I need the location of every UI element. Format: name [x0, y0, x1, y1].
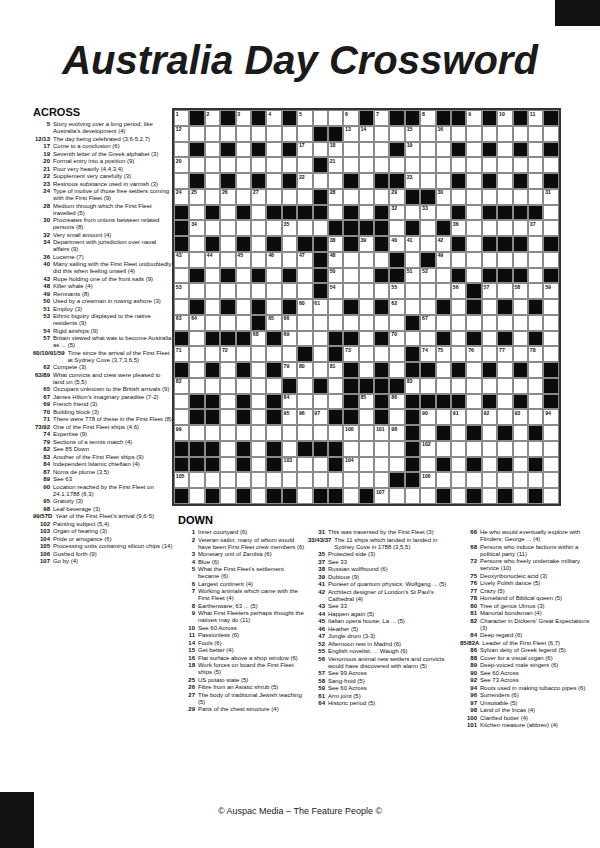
white-cell-20-10[interactable]: 97: [313, 409, 328, 425]
white-cell-4-25[interactable]: [543, 157, 558, 173]
white-cell-2-3[interactable]: [205, 126, 220, 142]
white-cell-14-25[interactable]: [543, 315, 558, 331]
white-cell-9-20[interactable]: [466, 236, 481, 252]
white-cell-21-7[interactable]: [266, 425, 281, 441]
white-cell-20-24[interactable]: [528, 409, 543, 425]
white-cell-11-7[interactable]: [266, 268, 281, 284]
white-cell-17-15[interactable]: [389, 362, 404, 378]
white-cell-12-14[interactable]: [374, 283, 389, 299]
white-cell-9-15[interactable]: 40: [389, 236, 404, 252]
white-cell-6-22[interactable]: [497, 189, 512, 205]
white-cell-4-23[interactable]: [513, 157, 528, 173]
white-cell-16-6[interactable]: [251, 346, 266, 362]
white-cell-17-22[interactable]: [497, 362, 512, 378]
white-cell-7-16[interactable]: [405, 205, 420, 221]
white-cell-23-19[interactable]: [451, 457, 466, 473]
white-cell-12-8[interactable]: [282, 283, 297, 299]
white-cell-17-10[interactable]: [313, 362, 328, 378]
white-cell-5-22[interactable]: [497, 173, 512, 189]
white-cell-8-8[interactable]: 35: [282, 220, 297, 236]
white-cell-16-15[interactable]: [389, 346, 404, 362]
white-cell-21-9[interactable]: [297, 425, 312, 441]
white-cell-16-10[interactable]: [313, 346, 328, 362]
white-cell-23-6[interactable]: [251, 457, 266, 473]
white-cell-1-5[interactable]: 3: [236, 110, 251, 126]
white-cell-14-21[interactable]: [482, 315, 497, 331]
white-cell-19-10[interactable]: [313, 394, 328, 410]
white-cell-10-21[interactable]: [482, 252, 497, 268]
white-cell-24-21[interactable]: [482, 472, 497, 488]
white-cell-9-2[interactable]: [189, 236, 204, 252]
white-cell-13-13[interactable]: [359, 299, 374, 315]
white-cell-22-13[interactable]: [359, 441, 374, 457]
white-cell-12-12[interactable]: [343, 283, 358, 299]
white-cell-24-12[interactable]: [343, 472, 358, 488]
white-cell-7-2[interactable]: [189, 205, 204, 221]
white-cell-2-13[interactable]: 14: [359, 126, 374, 142]
white-cell-13-15[interactable]: 62: [389, 299, 404, 315]
white-cell-20-22[interactable]: [497, 409, 512, 425]
white-cell-16-2[interactable]: [189, 346, 204, 362]
white-cell-15-25[interactable]: [543, 331, 558, 347]
white-cell-4-17[interactable]: [420, 157, 435, 173]
white-cell-18-6[interactable]: [251, 378, 266, 394]
white-cell-1-7[interactable]: 4: [266, 110, 281, 126]
white-cell-18-16[interactable]: 83: [405, 378, 420, 394]
white-cell-1-12[interactable]: 6: [343, 110, 358, 126]
white-cell-24-3[interactable]: [205, 472, 220, 488]
white-cell-20-8[interactable]: 95: [282, 409, 297, 425]
white-cell-2-16[interactable]: 15: [405, 126, 420, 142]
white-cell-7-11[interactable]: [328, 205, 343, 221]
white-cell-18-2[interactable]: [189, 378, 204, 394]
white-cell-3-7[interactable]: [266, 142, 281, 158]
white-cell-25-4[interactable]: [220, 488, 235, 504]
white-cell-19-20[interactable]: [466, 394, 481, 410]
white-cell-6-12[interactable]: [343, 189, 358, 205]
white-cell-25-2[interactable]: [189, 488, 204, 504]
white-cell-2-6[interactable]: [251, 126, 266, 142]
white-cell-20-17[interactable]: 90: [420, 409, 435, 425]
white-cell-18-7[interactable]: [266, 378, 281, 394]
white-cell-14-19[interactable]: [451, 315, 466, 331]
white-cell-22-25[interactable]: [543, 441, 558, 457]
white-cell-7-6[interactable]: [251, 205, 266, 221]
white-cell-11-5[interactable]: [236, 268, 251, 284]
white-cell-4-5[interactable]: [236, 157, 251, 173]
white-cell-15-10[interactable]: [313, 331, 328, 347]
white-cell-10-1[interactable]: 43: [174, 252, 189, 268]
white-cell-20-4[interactable]: [220, 409, 235, 425]
white-cell-8-15[interactable]: [389, 220, 404, 236]
white-cell-14-24[interactable]: [528, 315, 543, 331]
white-cell-1-20[interactable]: 9: [466, 110, 481, 126]
white-cell-18-19[interactable]: [451, 378, 466, 394]
white-cell-2-17[interactable]: [420, 126, 435, 142]
white-cell-4-22[interactable]: [497, 157, 512, 173]
white-cell-22-17[interactable]: 102: [420, 441, 435, 457]
white-cell-4-12[interactable]: [343, 157, 358, 173]
white-cell-20-18[interactable]: [436, 409, 451, 425]
white-cell-12-2[interactable]: [189, 283, 204, 299]
white-cell-21-19[interactable]: [451, 425, 466, 441]
white-cell-14-10[interactable]: [313, 315, 328, 331]
white-cell-22-23[interactable]: [513, 441, 528, 457]
white-cell-18-20[interactable]: [466, 378, 481, 394]
white-cell-6-24[interactable]: [528, 189, 543, 205]
white-cell-4-21[interactable]: [482, 157, 497, 173]
white-cell-24-14[interactable]: [374, 472, 389, 488]
white-cell-6-21[interactable]: [482, 189, 497, 205]
white-cell-5-1[interactable]: [174, 173, 189, 189]
white-cell-2-21[interactable]: [482, 126, 497, 142]
white-cell-8-19[interactable]: 36: [451, 220, 466, 236]
white-cell-24-13[interactable]: [359, 472, 374, 488]
white-cell-10-5[interactable]: 45: [236, 252, 251, 268]
white-cell-10-11[interactable]: 48: [328, 252, 343, 268]
white-cell-14-22[interactable]: [497, 315, 512, 331]
white-cell-9-16[interactable]: 41: [405, 236, 420, 252]
white-cell-10-24[interactable]: [528, 252, 543, 268]
white-cell-9-13[interactable]: 39: [359, 236, 374, 252]
white-cell-20-20[interactable]: [466, 409, 481, 425]
white-cell-9-17[interactable]: [420, 236, 435, 252]
white-cell-11-1[interactable]: [174, 268, 189, 284]
white-cell-10-9[interactable]: 47: [297, 252, 312, 268]
white-cell-12-13[interactable]: [359, 283, 374, 299]
white-cell-25-9[interactable]: [297, 488, 312, 504]
white-cell-18-3[interactable]: [205, 378, 220, 394]
white-cell-22-24[interactable]: [528, 441, 543, 457]
white-cell-1-22[interactable]: 10: [497, 110, 512, 126]
white-cell-6-23[interactable]: [513, 189, 528, 205]
white-cell-2-20[interactable]: [466, 126, 481, 142]
white-cell-14-3[interactable]: [205, 315, 220, 331]
white-cell-25-17[interactable]: [420, 488, 435, 504]
white-cell-23-13[interactable]: [359, 457, 374, 473]
white-cell-18-1[interactable]: 82: [174, 378, 189, 394]
white-cell-5-24[interactable]: [528, 173, 543, 189]
white-cell-9-24[interactable]: [528, 236, 543, 252]
white-cell-24-19[interactable]: [451, 472, 466, 488]
white-cell-7-13[interactable]: [359, 205, 374, 221]
white-cell-7-18[interactable]: [436, 205, 451, 221]
white-cell-7-20[interactable]: [466, 205, 481, 221]
white-cell-14-4[interactable]: [220, 315, 235, 331]
white-cell-25-15[interactable]: [389, 488, 404, 504]
white-cell-1-10[interactable]: [313, 110, 328, 126]
white-cell-18-18[interactable]: [436, 378, 451, 394]
white-cell-3-22[interactable]: [497, 142, 512, 158]
white-cell-2-23[interactable]: [513, 126, 528, 142]
white-cell-21-6[interactable]: [251, 425, 266, 441]
white-cell-12-4[interactable]: [220, 283, 235, 299]
white-cell-17-20[interactable]: [466, 362, 481, 378]
white-cell-4-8[interactable]: [282, 157, 297, 173]
white-cell-19-9[interactable]: [297, 394, 312, 410]
white-cell-6-2[interactable]: 25: [189, 189, 204, 205]
white-cell-14-12[interactable]: [343, 315, 358, 331]
white-cell-6-14[interactable]: [374, 189, 389, 205]
white-cell-1-1[interactable]: 1: [174, 110, 189, 126]
white-cell-3-5[interactable]: [236, 142, 251, 158]
white-cell-10-23[interactable]: [513, 252, 528, 268]
white-cell-10-25[interactable]: [543, 252, 558, 268]
white-cell-3-10[interactable]: [313, 142, 328, 158]
white-cell-19-11[interactable]: [328, 394, 343, 410]
white-cell-11-16[interactable]: 51: [405, 268, 420, 284]
white-cell-13-11[interactable]: [328, 299, 343, 315]
white-cell-13-19[interactable]: [451, 299, 466, 315]
white-cell-21-10[interactable]: [313, 425, 328, 441]
white-cell-8-9[interactable]: [297, 220, 312, 236]
white-cell-5-7[interactable]: [266, 173, 281, 189]
white-cell-3-3[interactable]: [205, 142, 220, 158]
white-cell-9-8[interactable]: [282, 236, 297, 252]
white-cell-15-9[interactable]: [297, 331, 312, 347]
white-cell-12-17[interactable]: [420, 283, 435, 299]
white-cell-23-15[interactable]: [389, 457, 404, 473]
white-cell-15-2[interactable]: [189, 331, 204, 347]
white-cell-19-8[interactable]: 84: [282, 394, 297, 410]
white-cell-15-19[interactable]: [451, 331, 466, 347]
white-cell-16-22[interactable]: 77: [497, 346, 512, 362]
white-cell-11-24[interactable]: [528, 268, 543, 284]
white-cell-18-4[interactable]: [220, 378, 235, 394]
crossword-grid[interactable]: 1234567891011121314151617181920212223242…: [172, 108, 561, 506]
white-cell-1-14[interactable]: 7: [374, 110, 389, 126]
white-cell-16-23[interactable]: [513, 346, 528, 362]
white-cell-24-23[interactable]: [513, 472, 528, 488]
white-cell-13-1[interactable]: [174, 299, 189, 315]
white-cell-6-1[interactable]: 24: [174, 189, 189, 205]
white-cell-7-4[interactable]: [220, 205, 235, 221]
white-cell-16-17[interactable]: 74: [420, 346, 435, 362]
white-cell-20-15[interactable]: [389, 409, 404, 425]
white-cell-2-9[interactable]: [297, 126, 312, 142]
white-cell-12-22[interactable]: [497, 283, 512, 299]
white-cell-14-13[interactable]: [359, 315, 374, 331]
white-cell-14-23[interactable]: [513, 315, 528, 331]
white-cell-5-17[interactable]: [420, 173, 435, 189]
white-cell-10-12[interactable]: [343, 252, 358, 268]
white-cell-19-4[interactable]: [220, 394, 235, 410]
white-cell-22-22[interactable]: [497, 441, 512, 457]
white-cell-10-18[interactable]: 49: [436, 252, 451, 268]
white-cell-13-16[interactable]: [405, 299, 420, 315]
white-cell-11-12[interactable]: [343, 268, 358, 284]
white-cell-9-6[interactable]: [251, 236, 266, 252]
white-cell-16-5[interactable]: [236, 346, 251, 362]
white-cell-1-17[interactable]: 8: [420, 110, 435, 126]
white-cell-23-4[interactable]: [220, 457, 235, 473]
white-cell-12-16[interactable]: [405, 283, 420, 299]
white-cell-14-15[interactable]: [389, 315, 404, 331]
white-cell-5-18[interactable]: [436, 173, 451, 189]
white-cell-25-23[interactable]: [513, 488, 528, 504]
white-cell-14-14[interactable]: [374, 315, 389, 331]
white-cell-8-3[interactable]: [205, 220, 220, 236]
white-cell-6-5[interactable]: [236, 189, 251, 205]
white-cell-13-25[interactable]: [543, 299, 558, 315]
white-cell-12-7[interactable]: [266, 283, 281, 299]
white-cell-15-21[interactable]: [482, 331, 497, 347]
white-cell-20-23[interactable]: 93: [513, 409, 528, 425]
white-cell-8-20[interactable]: [466, 220, 481, 236]
white-cell-19-24[interactable]: [528, 394, 543, 410]
white-cell-16-7[interactable]: [266, 346, 281, 362]
white-cell-5-3[interactable]: [205, 173, 220, 189]
white-cell-23-21[interactable]: [482, 457, 497, 473]
white-cell-24-20[interactable]: [466, 472, 481, 488]
white-cell-2-8[interactable]: [282, 126, 297, 142]
white-cell-6-15[interactable]: 29: [389, 189, 404, 205]
white-cell-22-21[interactable]: [482, 441, 497, 457]
white-cell-17-2[interactable]: [189, 362, 204, 378]
white-cell-10-13[interactable]: [359, 252, 374, 268]
white-cell-5-10[interactable]: [313, 173, 328, 189]
white-cell-6-13[interactable]: [359, 189, 374, 205]
white-cell-2-1[interactable]: 12: [174, 126, 189, 142]
white-cell-6-20[interactable]: [466, 189, 481, 205]
white-cell-2-18[interactable]: 16: [436, 126, 451, 142]
white-cell-17-18[interactable]: [436, 362, 451, 378]
white-cell-20-6[interactable]: [251, 409, 266, 425]
white-cell-10-7[interactable]: 46: [266, 252, 281, 268]
white-cell-25-12[interactable]: [343, 488, 358, 504]
white-cell-16-21[interactable]: [482, 346, 497, 362]
white-cell-8-24[interactable]: 37: [528, 220, 543, 236]
white-cell-13-17[interactable]: [420, 299, 435, 315]
white-cell-19-1[interactable]: [174, 394, 189, 410]
white-cell-23-23[interactable]: [513, 457, 528, 473]
white-cell-22-19[interactable]: [451, 441, 466, 457]
white-cell-15-15[interactable]: 70: [389, 331, 404, 347]
white-cell-22-18[interactable]: [436, 441, 451, 457]
white-cell-4-6[interactable]: [251, 157, 266, 173]
white-cell-18-11[interactable]: [328, 378, 343, 394]
white-cell-13-5[interactable]: [236, 299, 251, 315]
white-cell-10-19[interactable]: [451, 252, 466, 268]
white-cell-18-22[interactable]: [497, 378, 512, 394]
white-cell-4-19[interactable]: [451, 157, 466, 173]
white-cell-6-11[interactable]: 28: [328, 189, 343, 205]
white-cell-21-11[interactable]: [328, 425, 343, 441]
white-cell-22-12[interactable]: [343, 441, 358, 457]
white-cell-8-4[interactable]: [220, 220, 235, 236]
white-cell-5-9[interactable]: 22: [297, 173, 312, 189]
white-cell-18-9[interactable]: [297, 378, 312, 394]
white-cell-3-20[interactable]: [466, 142, 481, 158]
white-cell-4-1[interactable]: 20: [174, 157, 189, 173]
white-cell-24-9[interactable]: [297, 472, 312, 488]
white-cell-12-15[interactable]: 55: [389, 283, 404, 299]
white-cell-21-4[interactable]: [220, 425, 235, 441]
white-cell-1-24[interactable]: 11: [528, 110, 543, 126]
white-cell-24-22[interactable]: [497, 472, 512, 488]
white-cell-2-19[interactable]: [451, 126, 466, 142]
white-cell-12-1[interactable]: 53: [174, 283, 189, 299]
white-cell-23-9[interactable]: [297, 457, 312, 473]
white-cell-10-20[interactable]: [466, 252, 481, 268]
white-cell-20-13[interactable]: [359, 409, 374, 425]
white-cell-23-25[interactable]: [543, 457, 558, 473]
white-cell-17-11[interactable]: 81: [328, 362, 343, 378]
white-cell-14-8[interactable]: 66: [282, 315, 297, 331]
white-cell-19-13[interactable]: 85: [359, 394, 374, 410]
white-cell-16-1[interactable]: 71: [174, 346, 189, 362]
white-cell-21-17[interactable]: [420, 425, 435, 441]
white-cell-21-23[interactable]: [513, 425, 528, 441]
white-cell-1-9[interactable]: 5: [297, 110, 312, 126]
white-cell-5-13[interactable]: [359, 173, 374, 189]
white-cell-16-19[interactable]: [451, 346, 466, 362]
white-cell-24-24[interactable]: [528, 472, 543, 488]
white-cell-4-15[interactable]: [389, 157, 404, 173]
white-cell-6-3[interactable]: [205, 189, 220, 205]
white-cell-2-7[interactable]: [266, 126, 281, 142]
white-cell-3-11[interactable]: 18: [328, 142, 343, 158]
white-cell-10-3[interactable]: 44: [205, 252, 220, 268]
white-cell-16-14[interactable]: [374, 346, 389, 362]
white-cell-16-12[interactable]: 73: [343, 346, 358, 362]
white-cell-24-5[interactable]: [236, 472, 251, 488]
white-cell-21-2[interactable]: [189, 425, 204, 441]
white-cell-10-6[interactable]: [251, 252, 266, 268]
white-cell-12-6[interactable]: [251, 283, 266, 299]
white-cell-5-20[interactable]: [466, 173, 481, 189]
white-cell-11-17[interactable]: 52: [420, 268, 435, 284]
white-cell-6-18[interactable]: 30: [436, 189, 451, 205]
white-cell-3-14[interactable]: [374, 142, 389, 158]
white-cell-23-8[interactable]: 103: [282, 457, 297, 473]
white-cell-8-21[interactable]: [482, 220, 497, 236]
white-cell-4-9[interactable]: [297, 157, 312, 173]
white-cell-14-9[interactable]: [297, 315, 312, 331]
white-cell-8-22[interactable]: [497, 220, 512, 236]
white-cell-12-5[interactable]: [236, 283, 251, 299]
white-cell-10-22[interactable]: [497, 252, 512, 268]
white-cell-4-18[interactable]: [436, 157, 451, 173]
white-cell-4-16[interactable]: [405, 157, 420, 173]
white-cell-16-18[interactable]: 75: [436, 346, 451, 362]
white-cell-20-21[interactable]: 92: [482, 409, 497, 425]
white-cell-25-6[interactable]: [251, 488, 266, 504]
white-cell-6-8[interactable]: [282, 189, 297, 205]
white-cell-8-6[interactable]: [251, 220, 266, 236]
white-cell-15-16[interactable]: [405, 331, 420, 347]
white-cell-21-15[interactable]: 98: [389, 425, 404, 441]
white-cell-14-20[interactable]: [466, 315, 481, 331]
white-cell-2-15[interactable]: [389, 126, 404, 142]
white-cell-12-11[interactable]: 54: [328, 283, 343, 299]
white-cell-11-9[interactable]: [297, 268, 312, 284]
white-cell-3-1[interactable]: [174, 142, 189, 158]
white-cell-13-7[interactable]: [266, 299, 281, 315]
white-cell-14-5[interactable]: [236, 315, 251, 331]
white-cell-18-23[interactable]: [513, 378, 528, 394]
white-cell-25-16[interactable]: [405, 488, 420, 504]
white-cell-12-18[interactable]: [436, 283, 451, 299]
white-cell-16-4[interactable]: 72: [220, 346, 235, 362]
white-cell-3-16[interactable]: 19: [405, 142, 420, 158]
white-cell-16-24[interactable]: 78: [528, 346, 543, 362]
white-cell-4-7[interactable]: [266, 157, 281, 173]
white-cell-4-24[interactable]: [528, 157, 543, 173]
white-cell-6-25[interactable]: 31: [543, 189, 558, 205]
white-cell-13-9[interactable]: 60: [297, 299, 312, 315]
white-cell-2-2[interactable]: [189, 126, 204, 142]
